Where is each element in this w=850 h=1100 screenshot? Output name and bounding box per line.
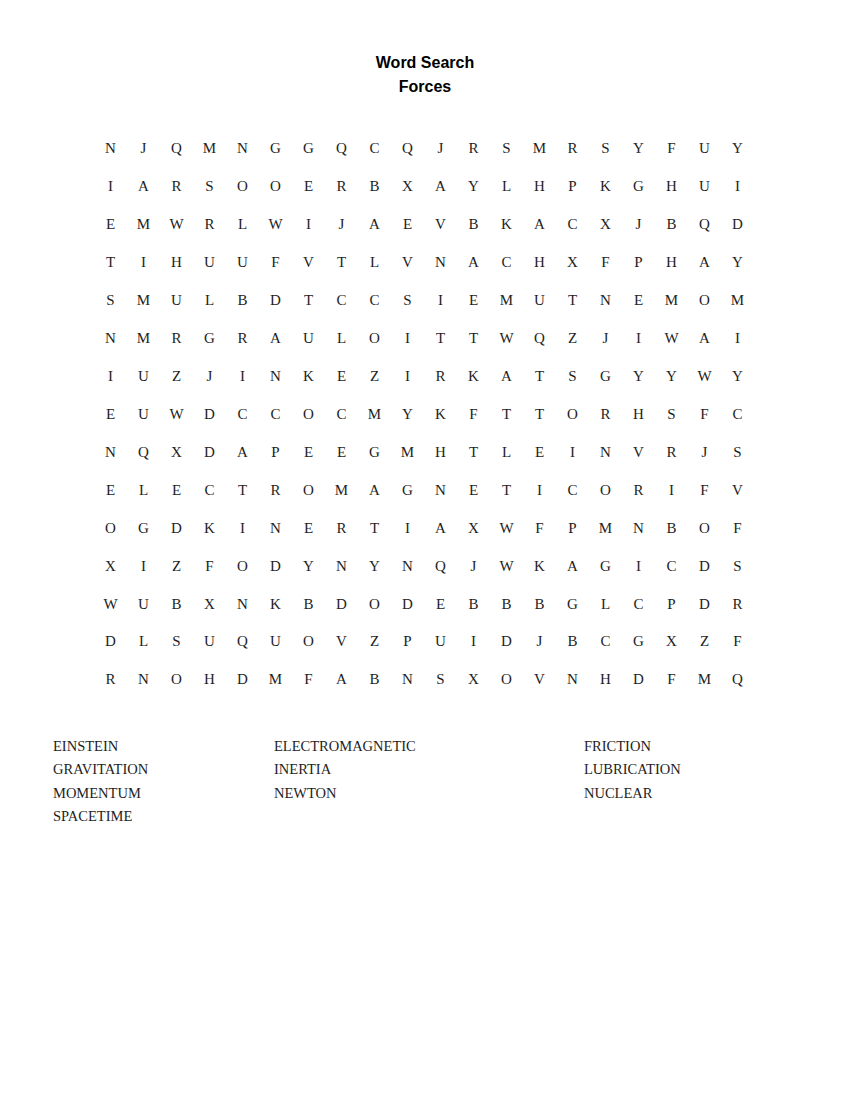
grid-cell[interactable]: D bbox=[391, 585, 424, 623]
grid-cell[interactable]: C bbox=[193, 471, 226, 509]
grid-cell[interactable]: I bbox=[523, 471, 556, 509]
grid-cell[interactable]: U bbox=[424, 623, 457, 661]
grid-cell[interactable]: K bbox=[523, 547, 556, 585]
grid-cell[interactable]: L bbox=[226, 206, 259, 244]
grid-cell[interactable]: R bbox=[622, 471, 655, 509]
grid-cell[interactable]: J bbox=[457, 547, 490, 585]
grid-cell[interactable]: A bbox=[226, 433, 259, 471]
grid-cell[interactable]: J bbox=[622, 206, 655, 244]
grid-cell[interactable]: O bbox=[94, 509, 127, 547]
grid-cell[interactable]: L bbox=[193, 282, 226, 320]
grid-cell[interactable]: E bbox=[424, 585, 457, 623]
grid-cell[interactable]: C bbox=[358, 282, 391, 320]
grid-cell[interactable]: S bbox=[721, 547, 754, 585]
grid-cell[interactable]: W bbox=[490, 320, 523, 358]
grid-cell[interactable]: X bbox=[193, 585, 226, 623]
grid-cell[interactable]: E bbox=[622, 282, 655, 320]
grid-cell[interactable]: U bbox=[259, 623, 292, 661]
grid-cell[interactable]: Y bbox=[655, 358, 688, 396]
grid-cell[interactable]: E bbox=[523, 433, 556, 471]
grid-cell[interactable]: D bbox=[688, 547, 721, 585]
grid-cell[interactable]: O bbox=[292, 395, 325, 433]
grid-cell[interactable]: P bbox=[622, 244, 655, 282]
grid-cell[interactable]: C bbox=[358, 130, 391, 168]
grid-cell[interactable]: I bbox=[622, 320, 655, 358]
grid-cell[interactable]: T bbox=[325, 244, 358, 282]
grid-cell[interactable]: W bbox=[688, 358, 721, 396]
grid-cell[interactable]: G bbox=[259, 130, 292, 168]
grid-cell[interactable]: Q bbox=[226, 623, 259, 661]
grid-cell[interactable]: Q bbox=[523, 320, 556, 358]
grid-cell[interactable]: H bbox=[193, 661, 226, 699]
grid-cell[interactable]: M bbox=[589, 509, 622, 547]
grid-cell[interactable]: Y bbox=[457, 168, 490, 206]
grid-cell[interactable]: M bbox=[523, 130, 556, 168]
grid-cell[interactable]: P bbox=[556, 168, 589, 206]
grid-cell[interactable]: D bbox=[259, 547, 292, 585]
grid-cell[interactable]: E bbox=[94, 471, 127, 509]
grid-cell[interactable]: F bbox=[457, 395, 490, 433]
grid-cell[interactable]: X bbox=[94, 547, 127, 585]
grid-cell[interactable]: S bbox=[655, 395, 688, 433]
grid-cell[interactable]: F bbox=[655, 130, 688, 168]
grid-cell[interactable]: W bbox=[160, 206, 193, 244]
grid-cell[interactable]: L bbox=[127, 623, 160, 661]
grid-cell[interactable]: S bbox=[193, 168, 226, 206]
grid-cell[interactable]: R bbox=[457, 130, 490, 168]
grid-cell[interactable]: X bbox=[160, 433, 193, 471]
grid-cell[interactable]: I bbox=[226, 509, 259, 547]
grid-cell[interactable]: N bbox=[325, 547, 358, 585]
grid-cell[interactable]: N bbox=[259, 509, 292, 547]
grid-cell[interactable]: Z bbox=[358, 358, 391, 396]
grid-cell[interactable]: O bbox=[589, 471, 622, 509]
grid-cell[interactable]: T bbox=[523, 358, 556, 396]
grid-cell[interactable]: I bbox=[127, 244, 160, 282]
grid-cell[interactable]: Z bbox=[556, 320, 589, 358]
grid-cell[interactable]: G bbox=[193, 320, 226, 358]
grid-cell[interactable]: C bbox=[226, 395, 259, 433]
grid-cell[interactable]: F bbox=[523, 509, 556, 547]
grid-cell[interactable]: D bbox=[160, 509, 193, 547]
grid-cell[interactable]: P bbox=[259, 433, 292, 471]
grid-cell[interactable]: R bbox=[226, 320, 259, 358]
grid-cell[interactable]: K bbox=[292, 358, 325, 396]
grid-cell[interactable]: I bbox=[721, 320, 754, 358]
grid-cell[interactable]: U bbox=[160, 282, 193, 320]
grid-cell[interactable]: Y bbox=[622, 130, 655, 168]
grid-cell[interactable]: R bbox=[556, 130, 589, 168]
grid-cell[interactable]: J bbox=[589, 320, 622, 358]
grid-cell[interactable]: R bbox=[325, 168, 358, 206]
grid-cell[interactable]: B bbox=[457, 585, 490, 623]
grid-cell[interactable]: B bbox=[292, 585, 325, 623]
grid-cell[interactable]: T bbox=[94, 244, 127, 282]
grid-cell[interactable]: A bbox=[325, 661, 358, 699]
grid-cell[interactable]: Q bbox=[325, 130, 358, 168]
grid-cell[interactable]: B bbox=[490, 585, 523, 623]
grid-cell[interactable]: N bbox=[589, 433, 622, 471]
grid-cell[interactable]: F bbox=[688, 395, 721, 433]
grid-cell[interactable]: I bbox=[391, 509, 424, 547]
grid-cell[interactable]: C bbox=[589, 623, 622, 661]
grid-cell[interactable]: O bbox=[226, 547, 259, 585]
grid-cell[interactable]: N bbox=[424, 244, 457, 282]
grid-cell[interactable]: N bbox=[94, 320, 127, 358]
grid-cell[interactable]: J bbox=[193, 358, 226, 396]
grid-cell[interactable]: E bbox=[160, 471, 193, 509]
grid-cell[interactable]: H bbox=[160, 244, 193, 282]
grid-cell[interactable]: F bbox=[193, 547, 226, 585]
grid-cell[interactable]: G bbox=[127, 509, 160, 547]
grid-cell[interactable]: O bbox=[556, 395, 589, 433]
grid-cell[interactable]: W bbox=[160, 395, 193, 433]
grid-cell[interactable]: U bbox=[688, 130, 721, 168]
grid-cell[interactable]: E bbox=[94, 206, 127, 244]
grid-cell[interactable]: T bbox=[424, 320, 457, 358]
grid-cell[interactable]: J bbox=[523, 623, 556, 661]
grid-cell[interactable]: E bbox=[292, 509, 325, 547]
grid-cell[interactable]: D bbox=[259, 282, 292, 320]
grid-cell[interactable]: I bbox=[655, 471, 688, 509]
grid-cell[interactable]: H bbox=[655, 244, 688, 282]
grid-cell[interactable]: I bbox=[391, 358, 424, 396]
grid-cell[interactable]: K bbox=[424, 395, 457, 433]
grid-cell[interactable]: B bbox=[655, 206, 688, 244]
grid-cell[interactable]: F bbox=[589, 244, 622, 282]
grid-cell[interactable]: E bbox=[457, 471, 490, 509]
grid-cell[interactable]: C bbox=[556, 471, 589, 509]
grid-cell[interactable]: I bbox=[721, 168, 754, 206]
grid-cell[interactable]: E bbox=[325, 433, 358, 471]
grid-cell[interactable]: C bbox=[259, 395, 292, 433]
grid-cell[interactable]: T bbox=[490, 395, 523, 433]
grid-cell[interactable]: N bbox=[424, 471, 457, 509]
grid-cell[interactable]: T bbox=[556, 282, 589, 320]
grid-cell[interactable]: I bbox=[127, 547, 160, 585]
grid-cell[interactable]: A bbox=[457, 244, 490, 282]
grid-cell[interactable]: M bbox=[688, 661, 721, 699]
grid-cell[interactable]: O bbox=[160, 661, 193, 699]
grid-cell[interactable]: D bbox=[490, 623, 523, 661]
grid-cell[interactable]: L bbox=[490, 168, 523, 206]
grid-cell[interactable]: R bbox=[721, 585, 754, 623]
grid-cell[interactable]: U bbox=[688, 168, 721, 206]
grid-cell[interactable]: U bbox=[127, 585, 160, 623]
grid-cell[interactable]: Y bbox=[391, 395, 424, 433]
grid-cell[interactable]: R bbox=[160, 320, 193, 358]
grid-cell[interactable]: Z bbox=[160, 358, 193, 396]
grid-cell[interactable]: M bbox=[655, 282, 688, 320]
grid-cell[interactable]: L bbox=[127, 471, 160, 509]
grid-cell[interactable]: E bbox=[325, 358, 358, 396]
grid-cell[interactable]: L bbox=[589, 585, 622, 623]
grid-cell[interactable]: A bbox=[490, 358, 523, 396]
grid-cell[interactable]: A bbox=[424, 168, 457, 206]
grid-cell[interactable]: H bbox=[523, 244, 556, 282]
grid-cell[interactable]: E bbox=[292, 433, 325, 471]
grid-cell[interactable]: U bbox=[127, 395, 160, 433]
grid-cell[interactable]: G bbox=[622, 168, 655, 206]
grid-cell[interactable]: L bbox=[358, 244, 391, 282]
grid-cell[interactable]: V bbox=[523, 661, 556, 699]
grid-cell[interactable]: B bbox=[556, 623, 589, 661]
grid-cell[interactable]: H bbox=[589, 661, 622, 699]
grid-cell[interactable]: R bbox=[94, 661, 127, 699]
grid-cell[interactable]: Y bbox=[721, 358, 754, 396]
grid-cell[interactable]: M bbox=[127, 282, 160, 320]
grid-cell[interactable]: H bbox=[622, 395, 655, 433]
grid-cell[interactable]: Y bbox=[721, 244, 754, 282]
grid-cell[interactable]: Q bbox=[160, 130, 193, 168]
grid-cell[interactable]: U bbox=[193, 623, 226, 661]
grid-cell[interactable]: Y bbox=[358, 547, 391, 585]
grid-cell[interactable]: M bbox=[358, 395, 391, 433]
grid-cell[interactable]: Z bbox=[688, 623, 721, 661]
grid-cell[interactable]: J bbox=[688, 433, 721, 471]
grid-cell[interactable]: I bbox=[424, 282, 457, 320]
grid-cell[interactable]: U bbox=[127, 358, 160, 396]
grid-cell[interactable]: U bbox=[292, 320, 325, 358]
grid-cell[interactable]: V bbox=[391, 244, 424, 282]
grid-cell[interactable]: F bbox=[721, 509, 754, 547]
grid-cell[interactable]: G bbox=[292, 130, 325, 168]
grid-cell[interactable]: N bbox=[94, 433, 127, 471]
grid-cell[interactable]: O bbox=[292, 623, 325, 661]
grid-cell[interactable]: Q bbox=[391, 130, 424, 168]
grid-cell[interactable]: G bbox=[589, 547, 622, 585]
grid-cell[interactable]: S bbox=[721, 433, 754, 471]
grid-cell[interactable]: D bbox=[193, 395, 226, 433]
grid-cell[interactable]: X bbox=[457, 661, 490, 699]
grid-cell[interactable]: G bbox=[358, 433, 391, 471]
grid-cell[interactable]: G bbox=[622, 623, 655, 661]
grid-cell[interactable]: Q bbox=[721, 661, 754, 699]
grid-cell[interactable]: W bbox=[94, 585, 127, 623]
grid-cell[interactable]: X bbox=[655, 623, 688, 661]
grid-cell[interactable]: B bbox=[655, 509, 688, 547]
grid-cell[interactable]: Q bbox=[688, 206, 721, 244]
grid-cell[interactable]: X bbox=[556, 244, 589, 282]
grid-cell[interactable]: R bbox=[424, 358, 457, 396]
grid-cell[interactable]: H bbox=[523, 168, 556, 206]
grid-cell[interactable]: I bbox=[457, 623, 490, 661]
grid-cell[interactable]: X bbox=[457, 509, 490, 547]
grid-cell[interactable]: G bbox=[391, 471, 424, 509]
grid-cell[interactable]: A bbox=[259, 320, 292, 358]
grid-cell[interactable]: K bbox=[589, 168, 622, 206]
grid-cell[interactable]: P bbox=[655, 585, 688, 623]
grid-cell[interactable]: M bbox=[490, 282, 523, 320]
grid-cell[interactable]: N bbox=[226, 130, 259, 168]
grid-cell[interactable]: T bbox=[226, 471, 259, 509]
grid-cell[interactable]: V bbox=[721, 471, 754, 509]
grid-cell[interactable]: W bbox=[259, 206, 292, 244]
grid-cell[interactable]: D bbox=[94, 623, 127, 661]
grid-cell[interactable]: M bbox=[325, 471, 358, 509]
grid-cell[interactable]: T bbox=[523, 395, 556, 433]
grid-cell[interactable]: Y bbox=[622, 358, 655, 396]
grid-cell[interactable]: E bbox=[391, 206, 424, 244]
grid-cell[interactable]: K bbox=[259, 585, 292, 623]
grid-cell[interactable]: E bbox=[94, 395, 127, 433]
grid-cell[interactable]: N bbox=[259, 358, 292, 396]
grid-cell[interactable]: H bbox=[424, 433, 457, 471]
grid-cell[interactable]: D bbox=[325, 585, 358, 623]
grid-cell[interactable]: Y bbox=[721, 130, 754, 168]
grid-cell[interactable]: B bbox=[523, 585, 556, 623]
grid-cell[interactable]: J bbox=[424, 130, 457, 168]
grid-cell[interactable]: N bbox=[589, 282, 622, 320]
grid-cell[interactable]: N bbox=[94, 130, 127, 168]
grid-cell[interactable]: N bbox=[391, 547, 424, 585]
grid-cell[interactable]: D bbox=[193, 433, 226, 471]
grid-cell[interactable]: P bbox=[556, 509, 589, 547]
grid-cell[interactable]: D bbox=[688, 585, 721, 623]
grid-cell[interactable]: X bbox=[391, 168, 424, 206]
grid-cell[interactable]: R bbox=[589, 395, 622, 433]
grid-cell[interactable]: N bbox=[622, 509, 655, 547]
grid-cell[interactable]: V bbox=[424, 206, 457, 244]
grid-cell[interactable]: R bbox=[193, 206, 226, 244]
grid-cell[interactable]: N bbox=[391, 661, 424, 699]
grid-cell[interactable]: T bbox=[490, 471, 523, 509]
grid-cell[interactable]: W bbox=[490, 509, 523, 547]
grid-cell[interactable]: B bbox=[358, 168, 391, 206]
grid-cell[interactable]: A bbox=[358, 206, 391, 244]
grid-cell[interactable]: S bbox=[490, 130, 523, 168]
grid-cell[interactable]: B bbox=[358, 661, 391, 699]
grid-cell[interactable]: A bbox=[358, 471, 391, 509]
grid-cell[interactable]: I bbox=[556, 433, 589, 471]
grid-cell[interactable]: A bbox=[688, 320, 721, 358]
grid-cell[interactable]: K bbox=[490, 206, 523, 244]
grid-cell[interactable]: A bbox=[127, 168, 160, 206]
grid-cell[interactable]: R bbox=[325, 509, 358, 547]
grid-cell[interactable]: B bbox=[226, 282, 259, 320]
grid-cell[interactable]: S bbox=[160, 623, 193, 661]
grid-cell[interactable]: X bbox=[589, 206, 622, 244]
grid-cell[interactable]: O bbox=[358, 585, 391, 623]
grid-cell[interactable]: R bbox=[655, 433, 688, 471]
grid-cell[interactable]: M bbox=[193, 130, 226, 168]
grid-cell[interactable]: M bbox=[259, 661, 292, 699]
grid-cell[interactable]: R bbox=[160, 168, 193, 206]
grid-cell[interactable]: F bbox=[292, 661, 325, 699]
grid-cell[interactable]: S bbox=[424, 661, 457, 699]
grid-cell[interactable]: O bbox=[292, 471, 325, 509]
grid-cell[interactable]: O bbox=[490, 661, 523, 699]
grid-cell[interactable]: V bbox=[622, 433, 655, 471]
grid-cell[interactable]: N bbox=[556, 661, 589, 699]
grid-cell[interactable]: A bbox=[424, 509, 457, 547]
grid-cell[interactable]: W bbox=[490, 547, 523, 585]
grid-cell[interactable]: A bbox=[556, 547, 589, 585]
grid-cell[interactable]: I bbox=[292, 206, 325, 244]
grid-cell[interactable]: M bbox=[721, 282, 754, 320]
grid-cell[interactable]: O bbox=[259, 168, 292, 206]
grid-cell[interactable]: C bbox=[655, 547, 688, 585]
grid-cell[interactable]: Z bbox=[160, 547, 193, 585]
grid-cell[interactable]: T bbox=[292, 282, 325, 320]
grid-cell[interactable]: R bbox=[259, 471, 292, 509]
grid-cell[interactable]: C bbox=[622, 585, 655, 623]
grid-cell[interactable]: U bbox=[193, 244, 226, 282]
grid-cell[interactable]: S bbox=[589, 130, 622, 168]
grid-cell[interactable]: T bbox=[457, 433, 490, 471]
grid-cell[interactable]: G bbox=[556, 585, 589, 623]
grid-cell[interactable]: F bbox=[259, 244, 292, 282]
grid-cell[interactable]: C bbox=[721, 395, 754, 433]
grid-cell[interactable]: A bbox=[523, 206, 556, 244]
grid-cell[interactable]: I bbox=[391, 320, 424, 358]
grid-cell[interactable]: F bbox=[655, 661, 688, 699]
grid-cell[interactable]: C bbox=[325, 282, 358, 320]
grid-cell[interactable]: L bbox=[490, 433, 523, 471]
grid-cell[interactable]: N bbox=[226, 585, 259, 623]
grid-cell[interactable]: D bbox=[226, 661, 259, 699]
grid-cell[interactable]: J bbox=[325, 206, 358, 244]
grid-cell[interactable]: V bbox=[292, 244, 325, 282]
grid-cell[interactable]: M bbox=[127, 320, 160, 358]
grid-cell[interactable]: E bbox=[292, 168, 325, 206]
grid-cell[interactable]: O bbox=[688, 282, 721, 320]
grid-cell[interactable]: V bbox=[325, 623, 358, 661]
grid-cell[interactable]: I bbox=[94, 358, 127, 396]
grid-cell[interactable]: K bbox=[457, 358, 490, 396]
grid-cell[interactable]: D bbox=[622, 661, 655, 699]
grid-cell[interactable]: U bbox=[523, 282, 556, 320]
grid-cell[interactable]: W bbox=[655, 320, 688, 358]
grid-cell[interactable]: U bbox=[226, 244, 259, 282]
grid-cell[interactable]: T bbox=[457, 320, 490, 358]
grid-cell[interactable]: K bbox=[193, 509, 226, 547]
grid-cell[interactable]: C bbox=[490, 244, 523, 282]
grid-cell[interactable]: Q bbox=[127, 433, 160, 471]
grid-cell[interactable]: O bbox=[226, 168, 259, 206]
grid-cell[interactable]: T bbox=[358, 509, 391, 547]
grid-cell[interactable]: C bbox=[325, 395, 358, 433]
grid-cell[interactable]: S bbox=[556, 358, 589, 396]
grid-cell[interactable]: O bbox=[358, 320, 391, 358]
grid-cell[interactable]: E bbox=[457, 282, 490, 320]
grid-cell[interactable]: Y bbox=[292, 547, 325, 585]
grid-cell[interactable]: S bbox=[391, 282, 424, 320]
grid-cell[interactable]: B bbox=[160, 585, 193, 623]
grid-cell[interactable]: C bbox=[556, 206, 589, 244]
grid-cell[interactable]: M bbox=[391, 433, 424, 471]
grid-cell[interactable]: F bbox=[688, 471, 721, 509]
grid-cell[interactable]: L bbox=[325, 320, 358, 358]
grid-cell[interactable]: M bbox=[127, 206, 160, 244]
grid-cell[interactable]: N bbox=[127, 661, 160, 699]
grid-cell[interactable]: I bbox=[622, 547, 655, 585]
grid-cell[interactable]: G bbox=[589, 358, 622, 396]
grid-cell[interactable]: H bbox=[655, 168, 688, 206]
grid-cell[interactable]: F bbox=[721, 623, 754, 661]
grid-cell[interactable]: O bbox=[688, 509, 721, 547]
grid-cell[interactable]: A bbox=[688, 244, 721, 282]
grid-cell[interactable]: I bbox=[94, 168, 127, 206]
grid-cell[interactable]: Q bbox=[424, 547, 457, 585]
grid-cell[interactable]: P bbox=[391, 623, 424, 661]
grid-cell[interactable]: B bbox=[457, 206, 490, 244]
grid-cell[interactable]: S bbox=[94, 282, 127, 320]
grid-cell[interactable]: Z bbox=[358, 623, 391, 661]
grid-cell[interactable]: I bbox=[226, 358, 259, 396]
grid-cell[interactable]: J bbox=[127, 130, 160, 168]
grid-cell[interactable]: D bbox=[721, 206, 754, 244]
